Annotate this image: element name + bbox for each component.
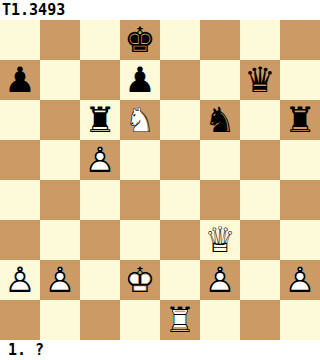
piece-white-pawn: ♙	[200, 260, 240, 300]
piece-white-pawn: ♙	[0, 260, 40, 300]
square-a5[interactable]	[0, 140, 40, 180]
square-g1[interactable]	[240, 300, 280, 340]
square-g3[interactable]	[240, 220, 280, 260]
square-b6[interactable]	[40, 100, 80, 140]
square-d1[interactable]	[120, 300, 160, 340]
square-g4[interactable]	[240, 180, 280, 220]
square-g8[interactable]	[240, 20, 280, 60]
square-h1[interactable]	[280, 300, 320, 340]
square-b8[interactable]	[40, 20, 80, 60]
piece-black-pawn: ♟	[120, 60, 160, 100]
square-d6[interactable]: ♞♘	[120, 100, 160, 140]
diagram-footer: 1. ?	[0, 340, 320, 360]
square-b2[interactable]: ♟♙	[40, 260, 80, 300]
square-a7[interactable]: ♟	[0, 60, 40, 100]
square-b1[interactable]	[40, 300, 80, 340]
piece-white-pawn-fill: ♟	[200, 260, 240, 300]
square-g6[interactable]	[240, 100, 280, 140]
square-c4[interactable]	[80, 180, 120, 220]
square-c5[interactable]: ♟♙	[80, 140, 120, 180]
square-e3[interactable]	[160, 220, 200, 260]
square-h2[interactable]: ♟♙	[280, 260, 320, 300]
piece-white-pawn: ♙	[280, 260, 320, 300]
square-c7[interactable]	[80, 60, 120, 100]
square-a3[interactable]	[0, 220, 40, 260]
square-b7[interactable]	[40, 60, 80, 100]
puzzle-id-label: T1.3493	[2, 1, 65, 19]
piece-white-pawn: ♙	[40, 260, 80, 300]
square-h3[interactable]	[280, 220, 320, 260]
square-c1[interactable]	[80, 300, 120, 340]
square-f7[interactable]	[200, 60, 240, 100]
piece-white-rook-fill: ♜	[160, 300, 200, 340]
piece-black-rook: ♜	[80, 100, 120, 140]
square-d3[interactable]	[120, 220, 160, 260]
square-g7[interactable]: ♛	[240, 60, 280, 100]
square-h7[interactable]	[280, 60, 320, 100]
piece-white-pawn-fill: ♟	[0, 260, 40, 300]
piece-white-knight-fill: ♞	[120, 100, 160, 140]
square-e5[interactable]	[160, 140, 200, 180]
piece-black-knight: ♞	[200, 100, 240, 140]
piece-black-rook: ♜	[280, 100, 320, 140]
square-f6[interactable]: ♞	[200, 100, 240, 140]
piece-white-knight: ♘	[120, 100, 160, 140]
square-h8[interactable]	[280, 20, 320, 60]
square-d7[interactable]: ♟	[120, 60, 160, 100]
square-e8[interactable]	[160, 20, 200, 60]
square-f1[interactable]	[200, 300, 240, 340]
square-g2[interactable]	[240, 260, 280, 300]
square-d8[interactable]: ♚	[120, 20, 160, 60]
square-g5[interactable]	[240, 140, 280, 180]
piece-white-king: ♔	[120, 260, 160, 300]
piece-white-king-fill: ♚	[120, 260, 160, 300]
square-c2[interactable]	[80, 260, 120, 300]
square-a4[interactable]	[0, 180, 40, 220]
square-f8[interactable]	[200, 20, 240, 60]
square-e1[interactable]: ♜♖	[160, 300, 200, 340]
square-a1[interactable]	[0, 300, 40, 340]
piece-white-pawn: ♙	[80, 140, 120, 180]
square-f4[interactable]	[200, 180, 240, 220]
square-h5[interactable]	[280, 140, 320, 180]
square-c3[interactable]	[80, 220, 120, 260]
square-d5[interactable]	[120, 140, 160, 180]
square-h6[interactable]: ♜	[280, 100, 320, 140]
piece-white-pawn-fill: ♟	[280, 260, 320, 300]
square-a6[interactable]	[0, 100, 40, 140]
piece-black-pawn: ♟	[0, 60, 40, 100]
piece-white-pawn-fill: ♟	[40, 260, 80, 300]
square-f3[interactable]: ♛♕	[200, 220, 240, 260]
square-b3[interactable]	[40, 220, 80, 260]
square-e4[interactable]	[160, 180, 200, 220]
square-f5[interactable]	[200, 140, 240, 180]
piece-black-king: ♚	[120, 20, 160, 60]
piece-white-pawn-fill: ♟	[80, 140, 120, 180]
square-e6[interactable]	[160, 100, 200, 140]
piece-black-queen: ♛	[240, 60, 280, 100]
square-b5[interactable]	[40, 140, 80, 180]
square-c8[interactable]	[80, 20, 120, 60]
square-e7[interactable]	[160, 60, 200, 100]
square-a8[interactable]	[0, 20, 40, 60]
square-d4[interactable]	[120, 180, 160, 220]
chess-board: ♚♟♟♛♜♞♘♞♜♟♙♛♕♟♙♟♙♚♔♟♙♟♙♜♖	[0, 20, 320, 340]
square-h4[interactable]	[280, 180, 320, 220]
diagram-header: T1.3493	[0, 0, 320, 20]
square-b4[interactable]	[40, 180, 80, 220]
square-f2[interactable]: ♟♙	[200, 260, 240, 300]
piece-white-rook: ♖	[160, 300, 200, 340]
square-d2[interactable]: ♚♔	[120, 260, 160, 300]
move-prompt-label: 1. ?	[8, 341, 44, 359]
piece-white-queen-fill: ♛	[200, 220, 240, 260]
piece-white-queen: ♕	[200, 220, 240, 260]
square-a2[interactable]: ♟♙	[0, 260, 40, 300]
square-c6[interactable]: ♜	[80, 100, 120, 140]
square-e2[interactable]	[160, 260, 200, 300]
